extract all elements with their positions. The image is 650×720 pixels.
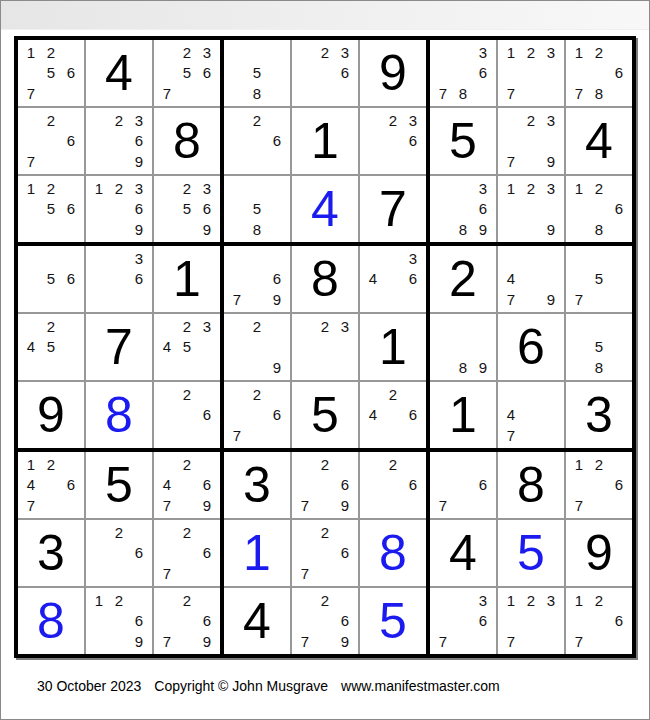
given-digit: 3 (566, 382, 632, 448)
candidate-1 (227, 316, 247, 337)
candidate-9 (609, 289, 629, 310)
given-digit: 7 (360, 176, 426, 242)
given-digit: 4 (224, 588, 290, 654)
candidate-2: 2 (589, 454, 609, 475)
candidate-6: 6 (403, 131, 423, 152)
candidate-9 (609, 357, 629, 378)
entered-digit: 8 (360, 520, 426, 586)
candidate-4 (227, 63, 247, 84)
candidate-7: 7 (569, 495, 589, 516)
candidate-3: 3 (129, 110, 149, 131)
candidate-2: 2 (177, 522, 197, 543)
cell-r5c3[interactable]: 2345 (154, 314, 220, 380)
cell-r2c9[interactable]: 4 (566, 108, 632, 174)
candidate-8 (521, 219, 541, 240)
cell-r2c7[interactable]: 5 (430, 108, 496, 174)
candidate-5 (41, 475, 61, 496)
cell-r3c2[interactable]: 12369 (86, 176, 152, 242)
candidate-2: 2 (41, 178, 61, 199)
candidate-2: 2 (247, 316, 267, 337)
candidate-9 (609, 83, 629, 104)
cell-r3c7[interactable]: 3689 (430, 176, 496, 242)
candidate-6 (541, 405, 561, 426)
candidate-9: 9 (129, 631, 149, 652)
candidates-r8c2: 26 (86, 520, 152, 586)
cell-r6c9[interactable]: 3 (566, 382, 632, 448)
candidate-3 (267, 248, 287, 269)
candidate-5 (453, 63, 473, 84)
cell-r9c4[interactable]: 4 (224, 588, 290, 654)
candidates-r1c7: 3678 (430, 40, 496, 106)
candidate-2: 2 (177, 42, 197, 63)
candidate-4 (295, 63, 315, 84)
candidates-r6c6: 246 (360, 382, 426, 448)
cell-r2c6[interactable]: 236 (360, 108, 426, 174)
candidate-2: 2 (41, 454, 61, 475)
candidate-7: 7 (501, 151, 521, 172)
candidate-4 (157, 611, 177, 632)
candidate-1 (295, 316, 315, 337)
candidate-5 (177, 475, 197, 496)
candidate-6: 6 (267, 269, 287, 290)
candidate-3: 3 (335, 42, 355, 63)
candidate-1: 1 (21, 178, 41, 199)
candidate-1 (21, 248, 41, 269)
candidate-6: 6 (473, 475, 493, 496)
cell-r1c8[interactable]: 1237 (498, 40, 564, 106)
candidate-2 (453, 590, 473, 611)
candidate-9: 9 (541, 151, 561, 172)
cell-r7c8[interactable]: 8 (498, 452, 564, 518)
box-7: 12467524679326267812692679 (18, 452, 220, 654)
candidate-9 (403, 425, 423, 446)
footer: 30 October 2023 Copyright © John Musgrav… (37, 678, 649, 694)
candidates-r4c9: 57 (566, 246, 632, 312)
candidate-8 (315, 495, 335, 516)
candidate-7: 7 (21, 151, 41, 172)
candidate-5: 5 (41, 269, 61, 290)
cell-r9c6[interactable]: 5 (360, 588, 426, 654)
candidate-9 (473, 83, 493, 104)
candidate-2: 2 (521, 42, 541, 63)
candidate-4 (501, 131, 521, 152)
candidate-2 (109, 248, 129, 269)
candidate-6: 6 (129, 131, 149, 152)
cell-r6c8[interactable]: 47 (498, 382, 564, 448)
candidate-7 (21, 219, 41, 240)
cell-r9c7[interactable]: 367 (430, 588, 496, 654)
cell-r5c7[interactable]: 89 (430, 314, 496, 380)
candidate-8 (247, 151, 267, 172)
candidate-9 (609, 495, 629, 516)
candidate-5 (589, 611, 609, 632)
candidates-r9c9: 1267 (566, 588, 632, 654)
candidate-5 (589, 199, 609, 220)
candidate-4 (227, 405, 247, 426)
candidate-5 (315, 63, 335, 84)
cell-r4c9[interactable]: 57 (566, 246, 632, 312)
candidate-9 (541, 631, 561, 652)
cell-r9c5[interactable]: 2679 (292, 588, 358, 654)
candidate-2: 2 (177, 178, 197, 199)
candidate-3: 3 (403, 110, 423, 131)
candidate-2: 2 (315, 42, 335, 63)
entered-digit: 5 (360, 588, 426, 654)
cell-r8c6[interactable]: 8 (360, 520, 426, 586)
candidate-5: 5 (589, 337, 609, 358)
candidate-4 (157, 199, 177, 220)
cell-r8c5[interactable]: 267 (292, 520, 358, 586)
candidate-5 (453, 475, 473, 496)
candidate-4 (227, 199, 247, 220)
candidate-1 (21, 110, 41, 131)
given-digit: 8 (498, 452, 564, 518)
cell-r1c9[interactable]: 12678 (566, 40, 632, 106)
candidate-1: 1 (89, 178, 109, 199)
candidate-2: 2 (521, 110, 541, 131)
candidate-4 (21, 199, 41, 220)
cell-r1c4[interactable]: 58 (224, 40, 290, 106)
candidate-1 (363, 110, 383, 131)
candidate-3: 3 (403, 248, 423, 269)
candidate-4 (433, 199, 453, 220)
cell-r1c5[interactable]: 236 (292, 40, 358, 106)
cell-r6c1[interactable]: 9 (18, 382, 84, 448)
candidate-3: 3 (197, 316, 217, 337)
cell-r6c4[interactable]: 267 (224, 382, 290, 448)
cell-r7c1[interactable]: 12467 (18, 452, 84, 518)
candidates-r1c4: 58 (224, 40, 290, 106)
candidate-9: 9 (129, 151, 149, 172)
cell-r6c3[interactable]: 26 (154, 382, 220, 448)
candidate-5 (521, 269, 541, 290)
candidate-3 (129, 590, 149, 611)
cell-r6c5[interactable]: 5 (292, 382, 358, 448)
cell-r7c7[interactable]: 67 (430, 452, 496, 518)
candidate-5 (589, 63, 609, 84)
candidate-3 (267, 42, 287, 63)
candidate-2: 2 (589, 42, 609, 63)
cell-r5c5[interactable]: 23 (292, 314, 358, 380)
candidate-3 (335, 590, 355, 611)
candidate-1 (295, 454, 315, 475)
candidate-1 (433, 178, 453, 199)
candidate-4 (569, 611, 589, 632)
candidates-r9c3: 2679 (154, 588, 220, 654)
box-9: 678126745936712371267 (430, 452, 632, 654)
candidate-7: 7 (433, 495, 453, 516)
given-digit: 9 (18, 382, 84, 448)
cell-r5c8[interactable]: 6 (498, 314, 564, 380)
cell-r5c4[interactable]: 29 (224, 314, 290, 380)
candidates-r5c4: 29 (224, 314, 290, 380)
entered-digit: 8 (86, 382, 152, 448)
cell-r3c9[interactable]: 1268 (566, 176, 632, 242)
candidate-2: 2 (315, 316, 335, 337)
cell-r4c8[interactable]: 479 (498, 246, 564, 312)
candidates-r2c6: 236 (360, 108, 426, 174)
candidates-r4c4: 679 (224, 246, 290, 312)
cell-r7c5[interactable]: 2679 (292, 452, 358, 518)
candidate-7 (501, 219, 521, 240)
candidate-4 (433, 337, 453, 358)
cell-r6c7[interactable]: 1 (430, 382, 496, 448)
candidates-r3c4: 58 (224, 176, 290, 242)
candidate-2: 2 (315, 590, 335, 611)
cell-r9c1[interactable]: 8 (18, 588, 84, 654)
cell-r7c2[interactable]: 5 (86, 452, 152, 518)
candidates-r5c9: 58 (566, 314, 632, 380)
candidate-1 (295, 522, 315, 543)
given-digit: 4 (566, 108, 632, 174)
candidates-r6c8: 47 (498, 382, 564, 448)
candidate-1 (569, 248, 589, 269)
candidate-2 (521, 248, 541, 269)
candidates-r1c8: 1237 (498, 40, 564, 106)
candidate-7: 7 (227, 425, 247, 446)
cell-r7c4[interactable]: 3 (224, 452, 290, 518)
cell-r6c2[interactable]: 8 (86, 382, 152, 448)
candidate-9: 9 (541, 289, 561, 310)
cell-r9c8[interactable]: 1237 (498, 588, 564, 654)
cell-r9c3[interactable]: 2679 (154, 588, 220, 654)
candidate-4 (295, 475, 315, 496)
candidate-6: 6 (197, 63, 217, 84)
candidate-3 (61, 110, 81, 131)
cell-r3c8[interactable]: 1239 (498, 176, 564, 242)
candidate-4 (295, 337, 315, 358)
candidate-7: 7 (295, 495, 315, 516)
candidate-6: 6 (129, 543, 149, 564)
cell-r1c1[interactable]: 12567 (18, 40, 84, 106)
cell-r4c4[interactable]: 679 (224, 246, 290, 312)
entered-digit: 1 (224, 520, 290, 586)
candidate-1 (295, 590, 315, 611)
candidates-r1c9: 12678 (566, 40, 632, 106)
cell-r8c8[interactable]: 5 (498, 520, 564, 586)
candidate-7 (433, 357, 453, 378)
footer-copyright: Copyright © John Musgrave (154, 678, 328, 694)
candidate-9 (267, 425, 287, 446)
cell-r7c3[interactable]: 24679 (154, 452, 220, 518)
candidate-2 (453, 42, 473, 63)
candidate-5: 5 (41, 63, 61, 84)
cell-r3c4[interactable]: 58 (224, 176, 290, 242)
candidate-3 (267, 110, 287, 131)
candidates-r2c1: 267 (18, 108, 84, 174)
candidate-1: 1 (21, 42, 41, 63)
cell-r5c2[interactable]: 7 (86, 314, 152, 380)
candidate-3 (609, 248, 629, 269)
candidate-9 (335, 563, 355, 584)
candidate-4 (363, 475, 383, 496)
cell-r8c7[interactable]: 4 (430, 520, 496, 586)
candidate-4 (569, 63, 589, 84)
candidate-2: 2 (177, 454, 197, 475)
candidate-4 (89, 269, 109, 290)
cell-r2c4[interactable]: 26 (224, 108, 290, 174)
candidate-9: 9 (267, 357, 287, 378)
candidate-4 (227, 337, 247, 358)
candidate-5 (521, 199, 541, 220)
candidate-2: 2 (109, 590, 129, 611)
candidate-8 (177, 219, 197, 240)
cell-r8c1[interactable]: 3 (18, 520, 84, 586)
candidate-9 (403, 289, 423, 310)
candidate-3: 3 (541, 178, 561, 199)
cell-r3c3[interactable]: 23569 (154, 176, 220, 242)
candidate-2 (247, 42, 267, 63)
cell-r9c9[interactable]: 1267 (566, 588, 632, 654)
candidate-4 (21, 131, 41, 152)
cell-r1c2[interactable]: 4 (86, 40, 152, 106)
candidate-7 (89, 631, 109, 652)
cell-r3c5[interactable]: 4 (292, 176, 358, 242)
candidate-2: 2 (109, 178, 129, 199)
cell-r6c6[interactable]: 246 (360, 382, 426, 448)
candidate-6 (61, 337, 81, 358)
cell-r7c6[interactable]: 26 (360, 452, 426, 518)
candidate-1: 1 (501, 178, 521, 199)
candidate-5 (177, 543, 197, 564)
cell-r8c3[interactable]: 267 (154, 520, 220, 586)
candidate-4 (569, 269, 589, 290)
given-digit: 7 (86, 314, 152, 380)
candidate-4 (227, 131, 247, 152)
cell-r4c7[interactable]: 2 (430, 246, 496, 312)
candidate-6 (609, 269, 629, 290)
candidate-9 (61, 495, 81, 516)
candidate-5 (247, 269, 267, 290)
cell-r4c5[interactable]: 8 (292, 246, 358, 312)
candidate-8 (109, 289, 129, 310)
cell-r5c9[interactable]: 58 (566, 314, 632, 380)
candidate-9 (473, 631, 493, 652)
candidate-2: 2 (177, 590, 197, 611)
cell-r4c6[interactable]: 346 (360, 246, 426, 312)
given-digit: 3 (224, 452, 290, 518)
candidate-7: 7 (433, 83, 453, 104)
candidate-5: 5 (177, 337, 197, 358)
cell-r5c6[interactable]: 1 (360, 314, 426, 380)
candidate-1 (157, 590, 177, 611)
candidate-3 (61, 454, 81, 475)
cell-r2c1[interactable]: 267 (18, 108, 84, 174)
cell-r7c9[interactable]: 1267 (566, 452, 632, 518)
candidate-3 (541, 384, 561, 405)
candidate-5: 5 (177, 199, 197, 220)
candidate-2 (453, 454, 473, 475)
cell-r9c2[interactable]: 1269 (86, 588, 152, 654)
candidate-1: 1 (501, 42, 521, 63)
candidate-1 (569, 316, 589, 337)
candidate-3 (473, 316, 493, 337)
cell-r4c2[interactable]: 36 (86, 246, 152, 312)
given-digit: 6 (498, 314, 564, 380)
candidate-3 (61, 178, 81, 199)
candidate-4 (501, 199, 521, 220)
candidate-3 (473, 454, 493, 475)
candidate-5 (41, 131, 61, 152)
candidate-1: 1 (21, 454, 41, 475)
cell-r2c2[interactable]: 2369 (86, 108, 152, 174)
cell-r8c2[interactable]: 26 (86, 520, 152, 586)
candidate-4: 4 (501, 405, 521, 426)
candidate-7 (227, 219, 247, 240)
candidate-3 (609, 590, 629, 611)
given-digit: 9 (360, 40, 426, 106)
cell-r2c3[interactable]: 8 (154, 108, 220, 174)
cell-r2c5[interactable]: 1 (292, 108, 358, 174)
candidate-6 (541, 199, 561, 220)
cell-r4c3[interactable]: 1 (154, 246, 220, 312)
candidate-6: 6 (267, 405, 287, 426)
candidate-7 (89, 289, 109, 310)
candidate-6 (335, 337, 355, 358)
candidate-7: 7 (21, 83, 41, 104)
candidate-3: 3 (129, 178, 149, 199)
candidate-2 (453, 316, 473, 337)
header-bar (1, 1, 649, 30)
candidate-2: 2 (109, 110, 129, 131)
cell-r5c1[interactable]: 245 (18, 314, 84, 380)
box-4: 56361245723459826 (18, 246, 220, 448)
candidate-6 (267, 199, 287, 220)
cell-r1c7[interactable]: 3678 (430, 40, 496, 106)
candidates-r3c7: 3689 (430, 176, 496, 242)
candidate-1: 1 (501, 590, 521, 611)
candidate-8 (247, 357, 267, 378)
cell-r3c1[interactable]: 1256 (18, 176, 84, 242)
candidate-8 (41, 357, 61, 378)
candidate-3: 3 (473, 590, 493, 611)
candidate-7 (21, 357, 41, 378)
cell-r8c9[interactable]: 9 (566, 520, 632, 586)
candidate-5 (177, 611, 197, 632)
candidate-1 (295, 42, 315, 63)
candidate-3 (609, 42, 629, 63)
candidate-7: 7 (157, 495, 177, 516)
given-digit: 3 (18, 520, 84, 586)
cell-r4c1[interactable]: 56 (18, 246, 84, 312)
candidate-3 (197, 384, 217, 405)
cell-r1c6[interactable]: 9 (360, 40, 426, 106)
candidate-9 (335, 357, 355, 378)
candidates-r1c1: 12567 (18, 40, 84, 106)
candidate-3 (197, 454, 217, 475)
candidate-3 (335, 522, 355, 543)
candidate-6: 6 (473, 611, 493, 632)
candidate-7 (569, 219, 589, 240)
candidate-6: 6 (61, 475, 81, 496)
candidates-r7c3: 24679 (154, 452, 220, 518)
candidate-3 (61, 248, 81, 269)
candidate-9 (61, 151, 81, 172)
candidate-8: 8 (589, 357, 609, 378)
candidate-4 (295, 543, 315, 564)
cell-r2c8[interactable]: 2379 (498, 108, 564, 174)
candidate-5: 5 (589, 269, 609, 290)
candidate-9 (61, 357, 81, 378)
candidate-7: 7 (157, 631, 177, 652)
candidates-r5c7: 89 (430, 314, 496, 380)
candidate-1 (363, 248, 383, 269)
candidate-5 (177, 405, 197, 426)
cell-r8c4[interactable]: 1 (224, 520, 290, 586)
cell-r3c6[interactable]: 7 (360, 176, 426, 242)
candidate-9: 9 (335, 495, 355, 516)
cell-r1c3[interactable]: 23567 (154, 40, 220, 106)
